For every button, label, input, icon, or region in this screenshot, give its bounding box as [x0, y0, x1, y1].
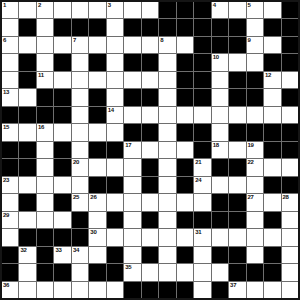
black-cell	[37, 247, 53, 263]
cell[interactable]	[37, 142, 53, 158]
black-cell	[142, 19, 158, 35]
cell[interactable]: 29	[2, 212, 18, 228]
cell[interactable]	[247, 177, 263, 193]
black-cell	[229, 247, 245, 263]
cell[interactable]	[247, 107, 263, 123]
cell[interactable]	[54, 37, 70, 53]
cell[interactable]: 17	[124, 142, 140, 158]
black-cell	[264, 142, 280, 158]
cell[interactable]	[89, 247, 105, 263]
cell[interactable]: 26	[89, 194, 105, 210]
cell[interactable]	[72, 124, 88, 140]
cell[interactable]	[124, 194, 140, 210]
clue-number: 35	[125, 264, 131, 271]
cell[interactable]	[194, 264, 210, 280]
cell[interactable]	[72, 282, 88, 298]
cell[interactable]	[282, 159, 298, 175]
cell[interactable]: 32	[19, 247, 35, 263]
cell[interactable]: 33	[54, 247, 70, 263]
cell[interactable]	[142, 229, 158, 245]
cell[interactable]	[282, 229, 298, 245]
black-cell	[282, 177, 298, 193]
black-cell	[89, 89, 105, 105]
cell[interactable]	[247, 247, 263, 263]
cell[interactable]	[229, 54, 245, 70]
clue-number: 34	[73, 247, 79, 254]
clue-number: 27	[248, 194, 254, 201]
clue-number: 5	[248, 2, 251, 9]
black-cell	[282, 37, 298, 53]
black-cell	[229, 72, 245, 88]
cell[interactable]	[19, 89, 35, 105]
cell[interactable]	[19, 282, 35, 298]
clue-number: 6	[3, 37, 6, 44]
cell[interactable]	[72, 107, 88, 123]
black-cell	[194, 142, 210, 158]
cell[interactable]	[247, 19, 263, 35]
cell[interactable]	[19, 177, 35, 193]
black-cell	[212, 247, 228, 263]
cell[interactable]	[282, 107, 298, 123]
cell[interactable]: 14	[107, 107, 123, 123]
black-cell	[19, 107, 35, 123]
cell[interactable]	[212, 89, 228, 105]
cell[interactable]	[89, 159, 105, 175]
cell[interactable]	[124, 37, 140, 53]
cell[interactable]	[177, 194, 193, 210]
cell[interactable]	[54, 282, 70, 298]
black-cell	[282, 124, 298, 140]
cell[interactable]	[124, 212, 140, 228]
cell[interactable]	[37, 19, 53, 35]
cell[interactable]	[142, 194, 158, 210]
cell[interactable]	[282, 264, 298, 280]
black-cell	[142, 159, 158, 175]
cell[interactable]	[72, 142, 88, 158]
black-cell	[89, 54, 105, 70]
cell[interactable]	[37, 212, 53, 228]
black-cell	[72, 229, 88, 245]
cell[interactable]	[264, 89, 280, 105]
cell[interactable]: 31	[194, 229, 210, 245]
black-cell	[72, 19, 88, 35]
black-cell	[177, 212, 193, 228]
black-cell	[54, 107, 70, 123]
cell[interactable]	[247, 282, 263, 298]
cell[interactable]	[107, 19, 123, 35]
clue-number: 13	[3, 89, 9, 96]
black-cell	[212, 37, 228, 53]
cell[interactable]	[212, 72, 228, 88]
cell[interactable]	[89, 37, 105, 53]
cell[interactable]: 27	[247, 194, 263, 210]
cell[interactable]	[229, 177, 245, 193]
black-cell	[2, 159, 18, 175]
clue-number: 12	[265, 72, 271, 79]
clue-number: 11	[38, 72, 44, 79]
cell[interactable]	[37, 194, 53, 210]
black-cell	[142, 247, 158, 263]
clue-number: 21	[195, 159, 201, 166]
black-cell	[159, 2, 175, 18]
cell[interactable]	[89, 2, 105, 18]
cell[interactable]: 12	[264, 72, 280, 88]
cell[interactable]	[229, 142, 245, 158]
cell[interactable]	[159, 54, 175, 70]
cell[interactable]	[142, 107, 158, 123]
cell[interactable]	[72, 54, 88, 70]
cell[interactable]	[2, 72, 18, 88]
clue-number: 1	[3, 2, 6, 9]
black-cell	[107, 212, 123, 228]
black-cell	[212, 194, 228, 210]
black-cell	[177, 159, 193, 175]
black-cell	[142, 54, 158, 70]
black-cell	[229, 264, 245, 280]
cell[interactable]: 16	[37, 124, 53, 140]
black-cell	[37, 264, 53, 280]
black-cell	[142, 177, 158, 193]
cell[interactable]	[229, 229, 245, 245]
cell[interactable]: 5	[247, 2, 263, 18]
cell[interactable]	[177, 107, 193, 123]
black-cell	[19, 142, 35, 158]
cell[interactable]: 18	[212, 142, 228, 158]
black-cell	[124, 19, 140, 35]
cell[interactable]	[159, 159, 175, 175]
black-cell	[282, 89, 298, 105]
clue-number: 9	[248, 37, 251, 44]
clue-number: 4	[213, 2, 216, 9]
clue-number: 23	[3, 177, 9, 184]
black-cell	[177, 72, 193, 88]
cell[interactable]	[107, 229, 123, 245]
cell[interactable]: 20	[72, 159, 88, 175]
cell[interactable]	[54, 72, 70, 88]
cell[interactable]	[107, 37, 123, 53]
clue-number: 3	[108, 2, 111, 9]
black-cell	[124, 124, 140, 140]
black-cell	[177, 54, 193, 70]
cell[interactable]	[264, 282, 280, 298]
black-cell	[107, 247, 123, 263]
black-cell	[282, 19, 298, 35]
cell[interactable]: 15	[2, 124, 18, 140]
cell[interactable]	[194, 194, 210, 210]
cell[interactable]	[247, 229, 263, 245]
cell[interactable]	[264, 194, 280, 210]
cell[interactable]	[2, 19, 18, 35]
black-cell	[2, 264, 18, 280]
cell[interactable]	[37, 37, 53, 53]
cell[interactable]	[264, 107, 280, 123]
cell[interactable]	[194, 247, 210, 263]
cell[interactable]	[159, 194, 175, 210]
black-cell	[177, 282, 193, 298]
black-cell	[124, 54, 140, 70]
cell[interactable]	[159, 107, 175, 123]
cell[interactable]	[124, 2, 140, 18]
black-cell	[19, 194, 35, 210]
black-cell	[264, 247, 280, 263]
cell[interactable]	[19, 124, 35, 140]
cell[interactable]: 30	[89, 229, 105, 245]
black-cell	[229, 89, 245, 105]
cell[interactable]	[212, 107, 228, 123]
cell[interactable]	[229, 2, 245, 18]
black-cell	[229, 194, 245, 210]
cell[interactable]: 25	[72, 194, 88, 210]
cell[interactable]: 4	[212, 2, 228, 18]
clue-number: 28	[283, 194, 289, 201]
cell[interactable]	[159, 177, 175, 193]
black-cell	[19, 19, 35, 35]
cell[interactable]	[159, 124, 175, 140]
cell[interactable]	[107, 89, 123, 105]
black-cell	[177, 177, 193, 193]
cell[interactable]: 34	[72, 247, 88, 263]
cell[interactable]	[159, 212, 175, 228]
cell[interactable]	[2, 194, 18, 210]
black-cell	[142, 282, 158, 298]
cell[interactable]	[229, 107, 245, 123]
clue-number: 37	[230, 282, 236, 289]
cell[interactable]	[19, 212, 35, 228]
cell[interactable]: 9	[247, 37, 263, 53]
black-cell	[194, 124, 210, 140]
cell[interactable]: 28	[282, 194, 298, 210]
black-cell	[194, 19, 210, 35]
black-cell	[54, 54, 70, 70]
clue-number: 17	[125, 142, 131, 149]
black-cell	[264, 19, 280, 35]
cell[interactable]	[107, 159, 123, 175]
clue-number: 14	[108, 107, 114, 114]
cell[interactable]	[72, 72, 88, 88]
cell[interactable]	[107, 124, 123, 140]
cell[interactable]	[142, 264, 158, 280]
black-cell	[194, 37, 210, 53]
black-cell	[37, 229, 53, 245]
cell[interactable]	[37, 177, 53, 193]
black-cell	[264, 54, 280, 70]
clue-number: 25	[73, 194, 79, 201]
cell[interactable]: 8	[159, 37, 175, 53]
cell[interactable]	[19, 37, 35, 53]
cell[interactable]	[37, 282, 53, 298]
clue-number: 10	[213, 54, 219, 61]
black-cell	[107, 142, 123, 158]
black-cell	[264, 212, 280, 228]
black-cell	[124, 89, 140, 105]
cell[interactable]	[124, 72, 140, 88]
black-cell	[107, 264, 123, 280]
cell[interactable]	[177, 142, 193, 158]
cell[interactable]	[247, 212, 263, 228]
clue-number: 32	[20, 247, 26, 254]
cell[interactable]: 19	[247, 142, 263, 158]
black-cell	[37, 89, 53, 105]
cell[interactable]: 35	[124, 264, 140, 280]
black-cell	[2, 107, 18, 123]
cell[interactable]: 10	[212, 54, 228, 70]
cell[interactable]: 11	[37, 72, 53, 88]
cell[interactable]	[89, 282, 105, 298]
cell[interactable]	[212, 177, 228, 193]
cell[interactable]	[282, 282, 298, 298]
cell[interactable]	[107, 194, 123, 210]
clue-number: 15	[3, 124, 9, 131]
black-cell	[19, 72, 35, 88]
cell[interactable]	[107, 282, 123, 298]
black-cell	[54, 19, 70, 35]
cell[interactable]	[194, 107, 210, 123]
clue-number: 26	[90, 194, 96, 201]
cell[interactable]	[72, 264, 88, 280]
cell[interactable]	[159, 264, 175, 280]
cell[interactable]	[19, 2, 35, 18]
cell[interactable]	[124, 107, 140, 123]
cell[interactable]	[159, 89, 175, 105]
cell[interactable]	[159, 142, 175, 158]
cell[interactable]	[89, 72, 105, 88]
black-cell	[229, 159, 245, 175]
clue-number: 20	[73, 159, 79, 166]
cell[interactable]	[264, 229, 280, 245]
cell[interactable]: 36	[2, 282, 18, 298]
black-cell	[2, 247, 18, 263]
black-cell	[89, 107, 105, 123]
cell[interactable]	[54, 2, 70, 18]
black-cell	[282, 142, 298, 158]
clue-number: 24	[195, 177, 201, 184]
black-cell	[37, 107, 53, 123]
black-cell	[212, 159, 228, 175]
cell[interactable]	[159, 229, 175, 245]
cell[interactable]	[177, 229, 193, 245]
black-cell	[124, 282, 140, 298]
cell[interactable]	[212, 229, 228, 245]
black-cell	[177, 247, 193, 263]
clue-number: 31	[195, 229, 201, 236]
cell[interactable]	[159, 72, 175, 88]
cell[interactable]	[54, 177, 70, 193]
black-cell	[89, 19, 105, 35]
cell[interactable]	[159, 247, 175, 263]
cell[interactable]	[37, 159, 53, 175]
black-cell	[89, 142, 105, 158]
black-cell	[54, 194, 70, 210]
cell[interactable]	[142, 142, 158, 158]
cell[interactable]	[247, 54, 263, 70]
cell[interactable]	[142, 72, 158, 88]
cell[interactable]	[2, 54, 18, 70]
cell[interactable]: 23	[2, 177, 18, 193]
black-cell	[2, 142, 18, 158]
cell[interactable]: 3	[107, 2, 123, 18]
black-cell	[229, 37, 245, 53]
cell[interactable]: 22	[247, 159, 263, 175]
cell[interactable]: 21	[194, 159, 210, 175]
cell[interactable]	[2, 229, 18, 245]
cell[interactable]	[107, 54, 123, 70]
cell[interactable]: 13	[2, 89, 18, 105]
cell[interactable]	[37, 54, 53, 70]
cell[interactable]: 37	[229, 282, 245, 298]
black-cell	[177, 19, 193, 35]
cell[interactable]	[124, 159, 140, 175]
crossword-grid: 1234567891011121314151617181920212223242…	[0, 0, 300, 300]
cell[interactable]	[282, 212, 298, 228]
black-cell	[142, 89, 158, 105]
black-cell	[142, 124, 158, 140]
cell[interactable]	[142, 37, 158, 53]
cell[interactable]	[19, 264, 35, 280]
cell[interactable]	[54, 212, 70, 228]
cell[interactable]	[282, 247, 298, 263]
cell[interactable]	[264, 159, 280, 175]
clue-number: 16	[38, 124, 44, 131]
black-cell	[19, 54, 35, 70]
clue-number: 19	[248, 142, 254, 149]
cell[interactable]	[124, 177, 140, 193]
black-cell	[19, 159, 35, 175]
cell[interactable]	[212, 264, 228, 280]
black-cell	[19, 229, 35, 245]
cell[interactable]	[72, 177, 88, 193]
black-cell	[194, 2, 210, 18]
cell[interactable]	[264, 2, 280, 18]
clue-number: 18	[213, 142, 219, 149]
black-cell	[282, 2, 298, 18]
cell[interactable]	[72, 2, 88, 18]
black-cell	[212, 212, 228, 228]
cell[interactable]	[89, 124, 105, 140]
cell[interactable]	[177, 264, 193, 280]
cell[interactable]	[194, 282, 210, 298]
black-cell	[264, 264, 280, 280]
cell[interactable]: 24	[194, 177, 210, 193]
cell[interactable]	[282, 72, 298, 88]
cell[interactable]	[107, 72, 123, 88]
cell[interactable]	[72, 89, 88, 105]
black-cell	[282, 54, 298, 70]
black-cell	[54, 229, 70, 245]
cell[interactable]	[177, 37, 193, 53]
cell[interactable]	[212, 124, 228, 140]
cell[interactable]: 2	[37, 2, 53, 18]
black-cell	[194, 89, 210, 105]
cell[interactable]: 1	[2, 2, 18, 18]
cell[interactable]	[124, 247, 140, 263]
cell[interactable]: 7	[72, 37, 88, 53]
black-cell	[229, 124, 245, 140]
clue-number: 22	[248, 159, 254, 166]
cell[interactable]: 6	[2, 37, 18, 53]
cell[interactable]	[54, 124, 70, 140]
black-cell	[107, 177, 123, 193]
black-cell	[212, 282, 228, 298]
cell[interactable]	[124, 229, 140, 245]
black-cell	[159, 282, 175, 298]
black-cell	[89, 264, 105, 280]
cell[interactable]	[89, 212, 105, 228]
black-cell	[264, 124, 280, 140]
black-cell	[229, 212, 245, 228]
cell[interactable]	[264, 37, 280, 53]
black-cell	[194, 72, 210, 88]
cell[interactable]	[142, 2, 158, 18]
